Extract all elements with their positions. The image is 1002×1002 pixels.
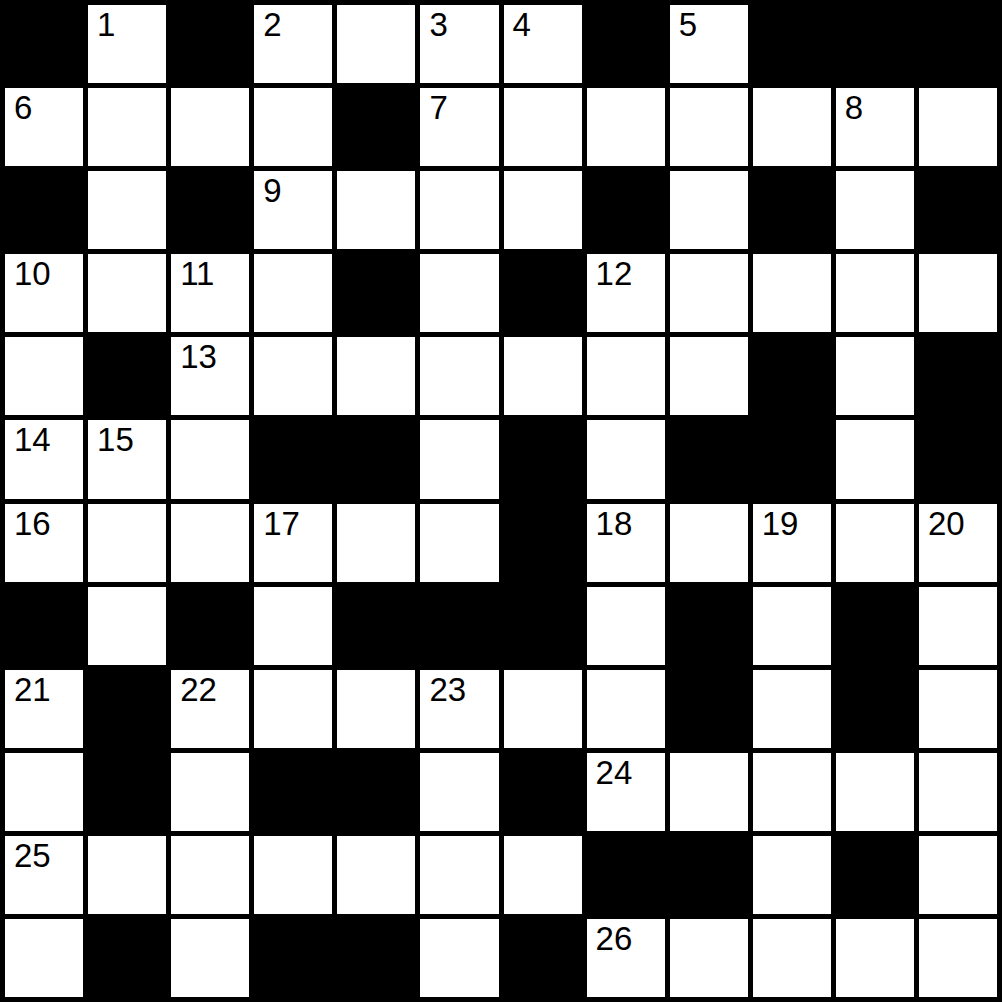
white-cell-r6c2[interactable]	[171, 504, 249, 582]
clue-number-22: 22	[180, 672, 217, 708]
black-cell-r0c9	[753, 5, 831, 83]
white-cell-r1c0[interactable]: 6	[5, 88, 83, 166]
white-cell-r1c1[interactable]	[88, 88, 166, 166]
white-cell-r10c5[interactable]	[420, 836, 498, 914]
white-cell-r3c0[interactable]: 10	[5, 254, 83, 332]
white-cell-r1c6[interactable]	[504, 88, 582, 166]
black-cell-r3c6	[504, 254, 582, 332]
black-cell-r2c7	[587, 171, 665, 249]
white-cell-r9c2[interactable]	[171, 753, 249, 831]
clue-number-9: 9	[263, 173, 281, 209]
clue-number-8: 8	[845, 90, 863, 126]
white-cell-r8c0[interactable]: 21	[5, 670, 83, 748]
white-cell-r6c3[interactable]: 17	[254, 504, 332, 582]
white-cell-r2c8[interactable]	[670, 171, 748, 249]
white-cell-r0c4[interactable]	[337, 5, 415, 83]
black-cell-r7c0	[5, 587, 83, 665]
black-cell-r10c10	[836, 836, 914, 914]
white-cell-r1c9[interactable]	[753, 88, 831, 166]
black-cell-r6c6	[504, 504, 582, 582]
black-cell-r11c6	[504, 919, 582, 997]
clue-number-24: 24	[596, 755, 633, 791]
white-cell-r10c6[interactable]	[504, 836, 582, 914]
white-cell-r6c1[interactable]	[88, 504, 166, 582]
black-cell-r9c3	[254, 753, 332, 831]
clue-number-26: 26	[596, 921, 633, 957]
white-cell-r10c2[interactable]	[171, 836, 249, 914]
white-cell-r2c6[interactable]	[504, 171, 582, 249]
white-cell-r8c2[interactable]: 22	[171, 670, 249, 748]
white-cell-r4c0[interactable]	[5, 337, 83, 415]
white-cell-r6c11[interactable]: 20	[919, 504, 997, 582]
black-cell-r0c7	[587, 5, 665, 83]
black-cell-r11c3	[254, 919, 332, 997]
white-cell-r1c7[interactable]	[587, 88, 665, 166]
white-cell-r0c6[interactable]: 4	[504, 5, 582, 83]
white-cell-r3c10[interactable]	[836, 254, 914, 332]
clue-number-7: 7	[429, 90, 447, 126]
white-cell-r6c7[interactable]: 18	[587, 504, 665, 582]
white-cell-r9c10[interactable]	[836, 753, 914, 831]
black-cell-r9c1	[88, 753, 166, 831]
black-cell-r7c4	[337, 587, 415, 665]
white-cell-r9c11[interactable]	[919, 753, 997, 831]
white-cell-r3c9[interactable]	[753, 254, 831, 332]
black-cell-r2c2	[171, 171, 249, 249]
black-cell-r7c8	[670, 587, 748, 665]
white-cell-r2c10[interactable]	[836, 171, 914, 249]
black-cell-r0c0	[5, 5, 83, 83]
white-cell-r9c0[interactable]	[5, 753, 83, 831]
white-cell-r6c10[interactable]	[836, 504, 914, 582]
white-cell-r2c1[interactable]	[88, 171, 166, 249]
white-cell-r2c4[interactable]	[337, 171, 415, 249]
white-cell-r1c2[interactable]	[171, 88, 249, 166]
black-cell-r9c4	[337, 753, 415, 831]
clue-number-13: 13	[180, 339, 217, 375]
clue-number-6: 6	[14, 90, 32, 126]
white-cell-r11c0[interactable]	[5, 919, 83, 997]
white-cell-r4c5[interactable]	[420, 337, 498, 415]
white-cell-r10c11[interactable]	[919, 836, 997, 914]
white-cell-r6c9[interactable]: 19	[753, 504, 831, 582]
black-cell-r10c7	[587, 836, 665, 914]
black-cell-r7c5	[420, 587, 498, 665]
white-cell-r4c4[interactable]	[337, 337, 415, 415]
black-cell-r0c2	[171, 5, 249, 83]
clue-number-25: 25	[14, 838, 51, 874]
white-cell-r7c9[interactable]	[753, 587, 831, 665]
black-cell-r4c1	[88, 337, 166, 415]
black-cell-r0c11	[919, 5, 997, 83]
white-cell-r11c10[interactable]	[836, 919, 914, 997]
black-cell-r5c4	[337, 420, 415, 498]
white-cell-r5c0[interactable]: 14	[5, 420, 83, 498]
white-cell-r9c9[interactable]	[753, 753, 831, 831]
black-cell-r8c8	[670, 670, 748, 748]
white-cell-r9c8[interactable]	[670, 753, 748, 831]
white-cell-r2c5[interactable]	[420, 171, 498, 249]
white-cell-r8c9[interactable]	[753, 670, 831, 748]
white-cell-r4c10[interactable]	[836, 337, 914, 415]
white-cell-r6c8[interactable]	[670, 504, 748, 582]
black-cell-r8c10	[836, 670, 914, 748]
black-cell-r8c1	[88, 670, 166, 748]
black-cell-r5c6	[504, 420, 582, 498]
black-cell-r0c10	[836, 5, 914, 83]
white-cell-r0c5[interactable]: 3	[420, 5, 498, 83]
white-cell-r11c11[interactable]	[919, 919, 997, 997]
clue-number-4: 4	[513, 7, 531, 43]
white-cell-r5c5[interactable]	[420, 420, 498, 498]
white-cell-r3c1[interactable]	[88, 254, 166, 332]
clue-number-3: 3	[429, 7, 447, 43]
black-cell-r7c2	[171, 587, 249, 665]
white-cell-r9c7[interactable]: 24	[587, 753, 665, 831]
white-cell-r8c7[interactable]	[587, 670, 665, 748]
clue-number-19: 19	[762, 506, 799, 542]
clue-number-2: 2	[263, 7, 281, 43]
white-cell-r9c5[interactable]	[420, 753, 498, 831]
white-cell-r6c0[interactable]: 16	[5, 504, 83, 582]
black-cell-r7c10	[836, 587, 914, 665]
white-cell-r11c7[interactable]: 26	[587, 919, 665, 997]
white-cell-r8c5[interactable]: 23	[420, 670, 498, 748]
white-cell-r3c11[interactable]	[919, 254, 997, 332]
white-cell-r1c11[interactable]	[919, 88, 997, 166]
white-cell-r6c5[interactable]	[420, 504, 498, 582]
white-cell-r7c1[interactable]	[88, 587, 166, 665]
white-cell-r10c9[interactable]	[753, 836, 831, 914]
white-cell-r3c5[interactable]	[420, 254, 498, 332]
white-cell-r3c8[interactable]	[670, 254, 748, 332]
white-cell-r0c8[interactable]: 5	[670, 5, 748, 83]
white-cell-r3c2[interactable]: 11	[171, 254, 249, 332]
black-cell-r5c11	[919, 420, 997, 498]
white-cell-r8c3[interactable]	[254, 670, 332, 748]
white-cell-r3c3[interactable]	[254, 254, 332, 332]
white-cell-r4c7[interactable]	[587, 337, 665, 415]
white-cell-r2c3[interactable]: 9	[254, 171, 332, 249]
white-cell-r10c3[interactable]	[254, 836, 332, 914]
white-cell-r0c3[interactable]: 2	[254, 5, 332, 83]
white-cell-r4c3[interactable]	[254, 337, 332, 415]
white-cell-r8c4[interactable]	[337, 670, 415, 748]
clue-number-12: 12	[596, 256, 633, 292]
clue-number-1: 1	[97, 7, 115, 43]
black-cell-r10c8	[670, 836, 748, 914]
white-cell-r11c2[interactable]	[171, 919, 249, 997]
black-cell-r7c6	[504, 587, 582, 665]
clue-number-17: 17	[263, 506, 300, 542]
black-cell-r4c11	[919, 337, 997, 415]
clue-number-20: 20	[928, 506, 965, 542]
white-cell-r4c6[interactable]	[504, 337, 582, 415]
black-cell-r9c6	[504, 753, 582, 831]
white-cell-r5c7[interactable]	[587, 420, 665, 498]
clue-number-16: 16	[14, 506, 51, 542]
crossword-board: 1234567891011121314151617181920212223242…	[0, 0, 1002, 1002]
white-cell-r10c1[interactable]	[88, 836, 166, 914]
black-cell-r5c3	[254, 420, 332, 498]
white-cell-r3c7[interactable]: 12	[587, 254, 665, 332]
clue-number-23: 23	[429, 672, 466, 708]
white-cell-r1c5[interactable]: 7	[420, 88, 498, 166]
white-cell-r5c1[interactable]: 15	[88, 420, 166, 498]
white-cell-r7c3[interactable]	[254, 587, 332, 665]
black-cell-r11c4	[337, 919, 415, 997]
black-cell-r5c8	[670, 420, 748, 498]
clue-number-14: 14	[14, 422, 51, 458]
white-cell-r5c10[interactable]	[836, 420, 914, 498]
white-cell-r6c4[interactable]	[337, 504, 415, 582]
black-cell-r2c9	[753, 171, 831, 249]
clue-number-10: 10	[14, 256, 51, 292]
white-cell-r1c3[interactable]	[254, 88, 332, 166]
black-cell-r5c9	[753, 420, 831, 498]
white-cell-r7c7[interactable]	[587, 587, 665, 665]
white-cell-r7c11[interactable]	[919, 587, 997, 665]
white-cell-r8c6[interactable]	[504, 670, 582, 748]
black-cell-r1c4	[337, 88, 415, 166]
white-cell-r10c0[interactable]: 25	[5, 836, 83, 914]
white-cell-r11c8[interactable]	[670, 919, 748, 997]
white-cell-r8c11[interactable]	[919, 670, 997, 748]
white-cell-r10c4[interactable]	[337, 836, 415, 914]
black-cell-r11c1	[88, 919, 166, 997]
white-cell-r1c8[interactable]	[670, 88, 748, 166]
white-cell-r4c8[interactable]	[670, 337, 748, 415]
black-cell-r3c4	[337, 254, 415, 332]
clue-number-18: 18	[596, 506, 633, 542]
black-cell-r4c9	[753, 337, 831, 415]
black-cell-r2c11	[919, 171, 997, 249]
white-cell-r1c10[interactable]: 8	[836, 88, 914, 166]
white-cell-r5c2[interactable]	[171, 420, 249, 498]
white-cell-r0c1[interactable]: 1	[88, 5, 166, 83]
white-cell-r11c9[interactable]	[753, 919, 831, 997]
clue-number-11: 11	[180, 256, 214, 292]
clue-number-15: 15	[97, 422, 134, 458]
white-cell-r4c2[interactable]: 13	[171, 337, 249, 415]
white-cell-r11c5[interactable]	[420, 919, 498, 997]
clue-number-21: 21	[14, 672, 51, 708]
clue-number-5: 5	[679, 7, 697, 43]
black-cell-r2c0	[5, 171, 83, 249]
